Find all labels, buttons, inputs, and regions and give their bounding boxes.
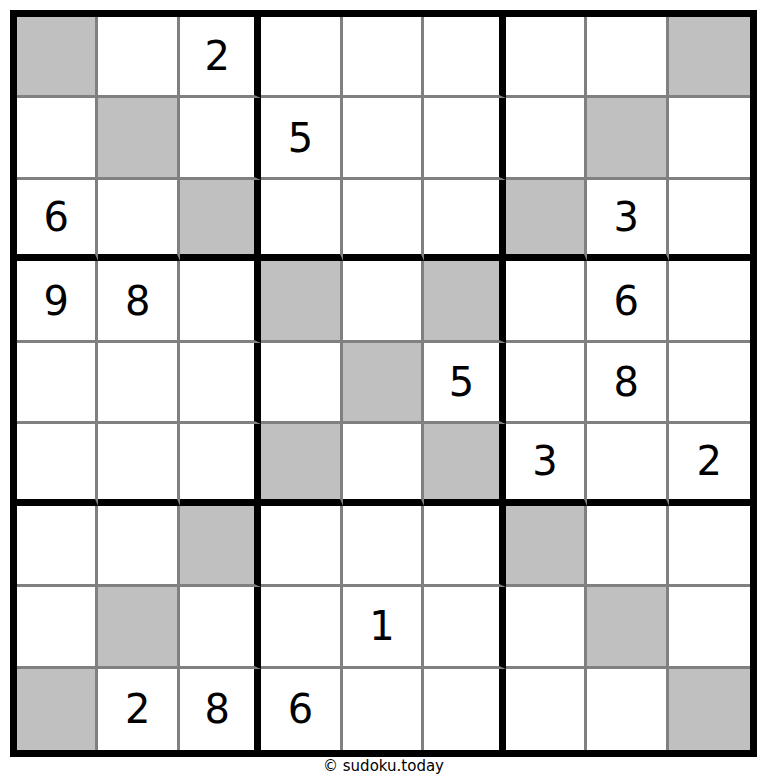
cell-r9c8[interactable] (587, 669, 668, 750)
cell-r7c6[interactable] (424, 506, 505, 587)
cell-r7c2[interactable] (98, 506, 179, 587)
cell-r7c9[interactable] (669, 506, 750, 587)
cell-r1c5[interactable] (343, 17, 424, 98)
cell-r5c9[interactable] (669, 343, 750, 424)
cell-r8c4[interactable] (261, 587, 342, 668)
cell-r2c5[interactable] (343, 98, 424, 179)
cell-r7c5[interactable] (343, 506, 424, 587)
cell-r1c8[interactable] (587, 17, 668, 98)
cell-r8c2[interactable] (98, 587, 179, 668)
sudoku-board: 256398658321286 (10, 10, 757, 757)
cell-r4c9[interactable] (669, 261, 750, 342)
cell-r9c3[interactable]: 8 (180, 669, 261, 750)
cell-r2c7[interactable] (506, 98, 587, 179)
cell-r8c6[interactable] (424, 587, 505, 668)
cell-r5c8[interactable]: 8 (587, 343, 668, 424)
cell-r3c9[interactable] (669, 180, 750, 261)
cell-r1c4[interactable] (261, 17, 342, 98)
cell-r7c1[interactable] (17, 506, 98, 587)
cell-r2c3[interactable] (180, 98, 261, 179)
cell-r4c8[interactable]: 6 (587, 261, 668, 342)
cell-r8c1[interactable] (17, 587, 98, 668)
cell-r5c7[interactable] (506, 343, 587, 424)
cell-r5c6[interactable]: 5 (424, 343, 505, 424)
cell-r5c2[interactable] (98, 343, 179, 424)
cell-r6c7[interactable]: 3 (506, 424, 587, 505)
cell-r3c2[interactable] (98, 180, 179, 261)
cell-r2c6[interactable] (424, 98, 505, 179)
cell-r3c8[interactable]: 3 (587, 180, 668, 261)
cell-r9c2[interactable]: 2 (98, 669, 179, 750)
cell-r3c6[interactable] (424, 180, 505, 261)
cell-r7c8[interactable] (587, 506, 668, 587)
cell-r9c5[interactable] (343, 669, 424, 750)
cell-r3c7[interactable] (506, 180, 587, 261)
cell-r5c3[interactable] (180, 343, 261, 424)
cell-r9c9[interactable] (669, 669, 750, 750)
cell-r3c3[interactable] (180, 180, 261, 261)
cell-r1c6[interactable] (424, 17, 505, 98)
cell-r6c4[interactable] (261, 424, 342, 505)
cell-r4c6[interactable] (424, 261, 505, 342)
cell-r6c1[interactable] (17, 424, 98, 505)
cell-r2c8[interactable] (587, 98, 668, 179)
cell-r1c9[interactable] (669, 17, 750, 98)
cell-r6c2[interactable] (98, 424, 179, 505)
cell-r7c4[interactable] (261, 506, 342, 587)
cell-r3c4[interactable] (261, 180, 342, 261)
cell-r2c2[interactable] (98, 98, 179, 179)
cell-r8c9[interactable] (669, 587, 750, 668)
cell-r3c1[interactable]: 6 (17, 180, 98, 261)
cell-r9c6[interactable] (424, 669, 505, 750)
cell-r8c8[interactable] (587, 587, 668, 668)
cell-r6c5[interactable] (343, 424, 424, 505)
cell-r4c3[interactable] (180, 261, 261, 342)
sudoku-page: 256398658321286 © sudoku.today (0, 0, 767, 777)
cell-r6c8[interactable] (587, 424, 668, 505)
cell-r1c2[interactable] (98, 17, 179, 98)
cell-r1c3[interactable]: 2 (180, 17, 261, 98)
cell-r8c3[interactable] (180, 587, 261, 668)
cell-r4c4[interactable] (261, 261, 342, 342)
cell-r9c1[interactable] (17, 669, 98, 750)
cell-r2c4[interactable]: 5 (261, 98, 342, 179)
cell-r8c5[interactable]: 1 (343, 587, 424, 668)
cell-r4c1[interactable]: 9 (17, 261, 98, 342)
cell-r1c1[interactable] (17, 17, 98, 98)
cell-r2c9[interactable] (669, 98, 750, 179)
cell-r9c7[interactable] (506, 669, 587, 750)
copyright-text: © sudoku.today (10, 757, 757, 775)
cell-r4c7[interactable] (506, 261, 587, 342)
cell-r6c3[interactable] (180, 424, 261, 505)
cell-r5c4[interactable] (261, 343, 342, 424)
cell-r5c1[interactable] (17, 343, 98, 424)
cell-r4c2[interactable]: 8 (98, 261, 179, 342)
cell-r3c5[interactable] (343, 180, 424, 261)
cell-r9c4[interactable]: 6 (261, 669, 342, 750)
cell-r5c5[interactable] (343, 343, 424, 424)
cell-r8c7[interactable] (506, 587, 587, 668)
cell-r4c5[interactable] (343, 261, 424, 342)
cell-r6c6[interactable] (424, 424, 505, 505)
cell-r1c7[interactable] (506, 17, 587, 98)
cell-r7c3[interactable] (180, 506, 261, 587)
cell-r2c1[interactable] (17, 98, 98, 179)
cell-r6c9[interactable]: 2 (669, 424, 750, 505)
cell-r7c7[interactable] (506, 506, 587, 587)
